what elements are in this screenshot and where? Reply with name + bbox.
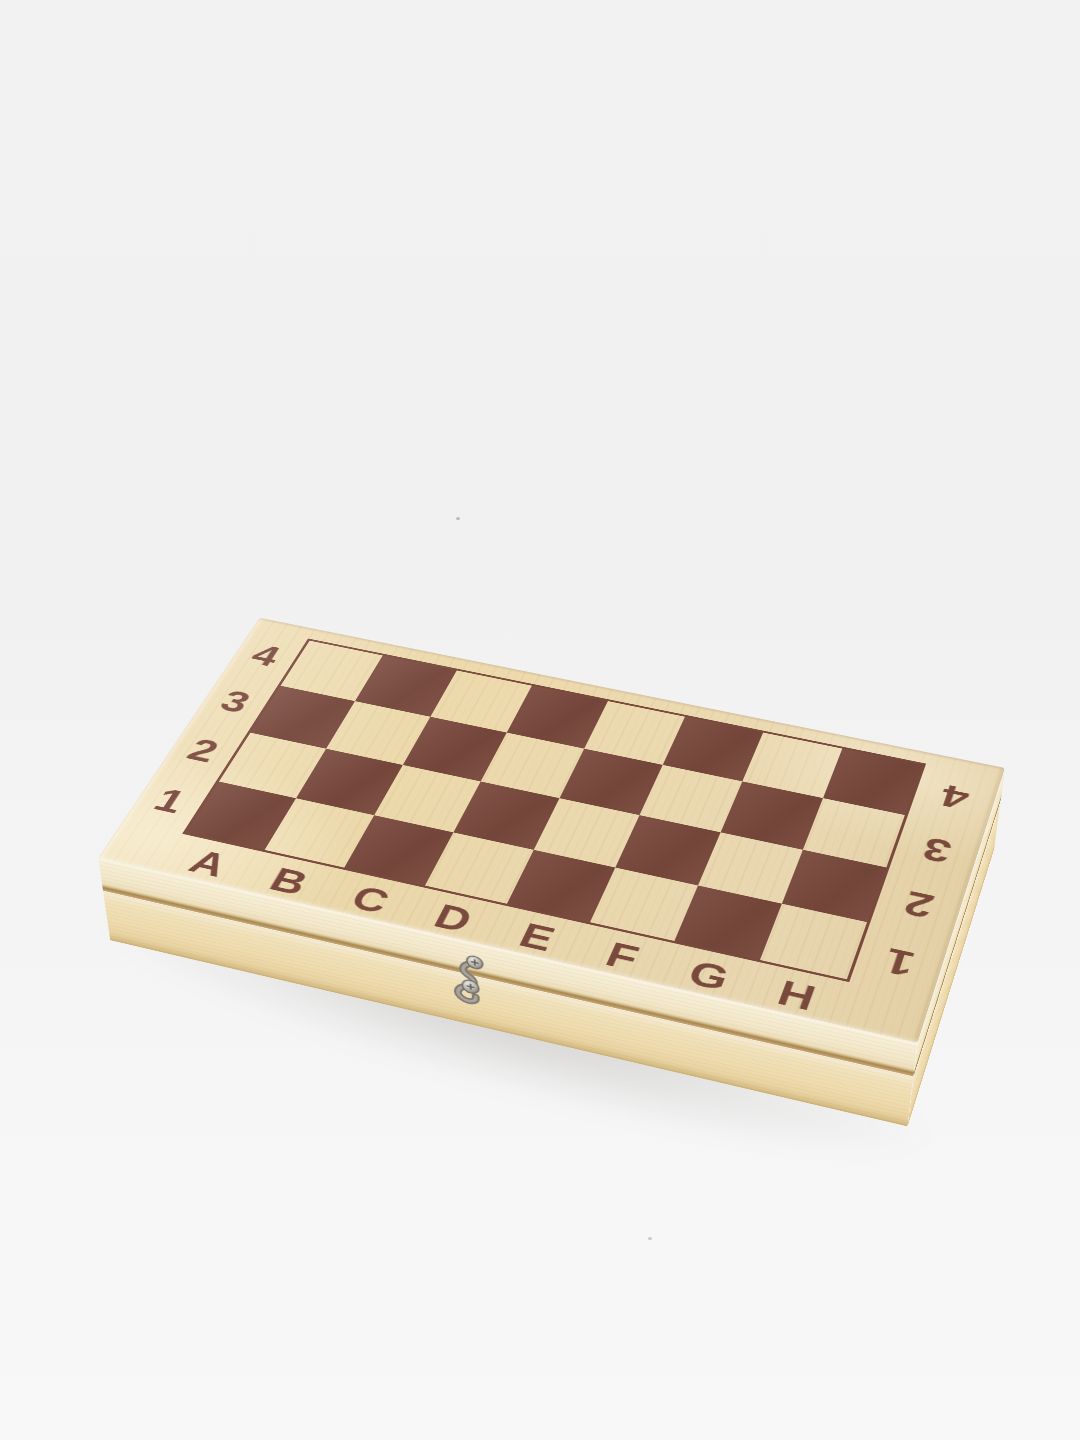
metal-clasp	[442, 938, 497, 1014]
studio-background: 4321 4321 ABCDEFGH	[0, 0, 1080, 1440]
dust-speck	[456, 517, 460, 520]
dust-speck	[648, 1237, 652, 1240]
clasp-hook-icon	[442, 938, 497, 1014]
